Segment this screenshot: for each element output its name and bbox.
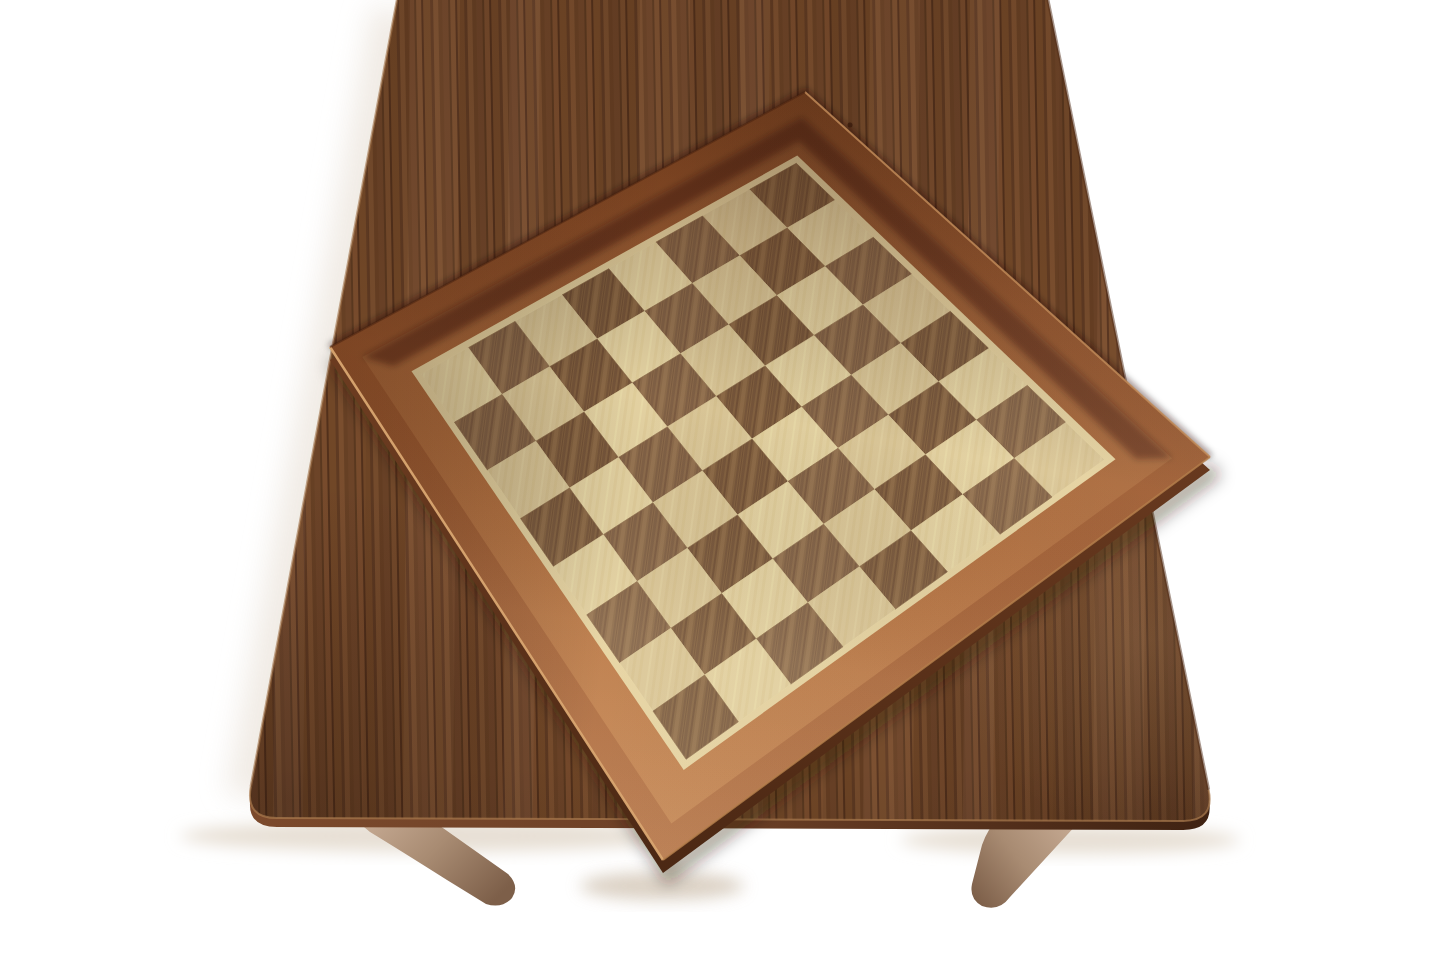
frame-knot: [848, 123, 853, 128]
photo-scene: Overhead photo of an empty teak-framed c…: [0, 0, 1445, 963]
scene-canvas: [0, 0, 1445, 963]
